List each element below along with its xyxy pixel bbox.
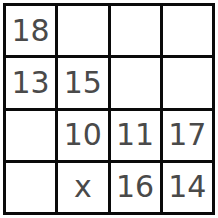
cell-r0-c2 bbox=[111, 6, 160, 55]
cell-r0-c0: 18 bbox=[6, 6, 55, 55]
cell-r1-c0: 13 bbox=[6, 58, 55, 107]
cell-r2-c0 bbox=[6, 111, 55, 160]
cell-r1-c1: 15 bbox=[58, 58, 107, 107]
cell-r2-c3: 17 bbox=[163, 111, 212, 160]
cell-r2-c1: 10 bbox=[58, 111, 107, 160]
puzzle-board: 18 13 15 10 11 17 x 16 14 bbox=[3, 3, 215, 215]
cell-r1-c3 bbox=[163, 58, 212, 107]
cell-r0-c3 bbox=[163, 6, 212, 55]
cell-r0-c1 bbox=[58, 6, 107, 55]
cell-r3-c0 bbox=[6, 163, 55, 212]
cell-r2-c2: 11 bbox=[111, 111, 160, 160]
puzzle-page: 18 13 15 10 11 17 x 16 14 bbox=[0, 0, 218, 218]
cell-r1-c2 bbox=[111, 58, 160, 107]
cell-r3-c3: 14 bbox=[163, 163, 212, 212]
cell-r3-c2: 16 bbox=[111, 163, 160, 212]
cell-r3-c1-unknown-x: x bbox=[58, 163, 107, 212]
